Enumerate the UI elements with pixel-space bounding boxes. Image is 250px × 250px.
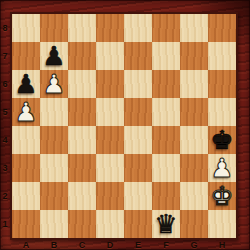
square-b1[interactable] bbox=[40, 210, 68, 238]
square-h1[interactable] bbox=[208, 210, 236, 238]
square-e6[interactable] bbox=[124, 70, 152, 98]
square-b4[interactable] bbox=[40, 126, 68, 154]
white-pawn[interactable]: ♟ bbox=[40, 70, 68, 98]
square-a8[interactable] bbox=[12, 14, 40, 42]
square-d1[interactable] bbox=[96, 210, 124, 238]
black-pawn[interactable]: ♟ bbox=[40, 42, 68, 70]
square-c2[interactable] bbox=[68, 182, 96, 210]
square-b5[interactable] bbox=[40, 98, 68, 126]
square-h8[interactable] bbox=[208, 14, 236, 42]
square-a5[interactable]: ♟ bbox=[12, 98, 40, 126]
square-f3[interactable] bbox=[152, 154, 180, 182]
white-pawn[interactable]: ♟ bbox=[12, 98, 40, 126]
square-h2[interactable]: ♚ bbox=[208, 182, 236, 210]
square-e8[interactable] bbox=[124, 14, 152, 42]
square-b6[interactable]: ♟ bbox=[40, 70, 68, 98]
square-b8[interactable] bbox=[40, 14, 68, 42]
file-label-f: F bbox=[152, 239, 180, 250]
square-a2[interactable] bbox=[12, 182, 40, 210]
square-g2[interactable] bbox=[180, 182, 208, 210]
square-f2[interactable] bbox=[152, 182, 180, 210]
square-g3[interactable] bbox=[180, 154, 208, 182]
file-label-d: D bbox=[96, 239, 124, 250]
square-f5[interactable] bbox=[152, 98, 180, 126]
square-e1[interactable] bbox=[124, 210, 152, 238]
black-king[interactable]: ♚ bbox=[208, 126, 236, 154]
square-c6[interactable] bbox=[68, 70, 96, 98]
square-f1[interactable]: ♛ bbox=[152, 210, 180, 238]
rank-label-2: 2 bbox=[0, 182, 10, 210]
rank-label-8: 8 bbox=[0, 14, 10, 42]
square-h6[interactable] bbox=[208, 70, 236, 98]
square-d3[interactable] bbox=[96, 154, 124, 182]
rank-label-4: 4 bbox=[0, 126, 10, 154]
square-e5[interactable] bbox=[124, 98, 152, 126]
white-pawn[interactable]: ♟ bbox=[208, 154, 236, 182]
square-f6[interactable] bbox=[152, 70, 180, 98]
rank-label-6: 6 bbox=[0, 70, 10, 98]
square-c4[interactable] bbox=[68, 126, 96, 154]
chess-board: ♟♟♟♟♚♟♚♛ bbox=[10, 12, 238, 240]
square-h3[interactable]: ♟ bbox=[208, 154, 236, 182]
black-queen[interactable]: ♛ bbox=[152, 210, 180, 238]
square-g1[interactable] bbox=[180, 210, 208, 238]
square-f8[interactable] bbox=[152, 14, 180, 42]
square-b2[interactable] bbox=[40, 182, 68, 210]
square-d4[interactable] bbox=[96, 126, 124, 154]
square-e7[interactable] bbox=[124, 42, 152, 70]
rank-label-1: 1 bbox=[0, 210, 10, 238]
file-label-a: A bbox=[12, 239, 40, 250]
square-e3[interactable] bbox=[124, 154, 152, 182]
square-a7[interactable] bbox=[12, 42, 40, 70]
square-e4[interactable] bbox=[124, 126, 152, 154]
square-a6[interactable]: ♟ bbox=[12, 70, 40, 98]
square-g4[interactable] bbox=[180, 126, 208, 154]
file-label-g: G bbox=[180, 239, 208, 250]
square-h4[interactable]: ♚ bbox=[208, 126, 236, 154]
square-c8[interactable] bbox=[68, 14, 96, 42]
square-d8[interactable] bbox=[96, 14, 124, 42]
square-c7[interactable] bbox=[68, 42, 96, 70]
square-b7[interactable]: ♟ bbox=[40, 42, 68, 70]
square-d2[interactable] bbox=[96, 182, 124, 210]
file-label-b: B bbox=[40, 239, 68, 250]
black-pawn[interactable]: ♟ bbox=[12, 70, 40, 98]
square-c1[interactable] bbox=[68, 210, 96, 238]
file-label-h: H bbox=[208, 239, 236, 250]
square-f4[interactable] bbox=[152, 126, 180, 154]
file-label-e: E bbox=[124, 239, 152, 250]
square-g6[interactable] bbox=[180, 70, 208, 98]
white-king[interactable]: ♚ bbox=[208, 182, 236, 210]
square-a3[interactable] bbox=[12, 154, 40, 182]
chess-board-frame: ♟♟♟♟♚♟♚♛ 8A7B6C5D4E3F2G1H bbox=[0, 0, 250, 250]
square-g8[interactable] bbox=[180, 14, 208, 42]
rank-label-7: 7 bbox=[0, 42, 10, 70]
rank-label-3: 3 bbox=[0, 154, 10, 182]
square-h7[interactable] bbox=[208, 42, 236, 70]
square-f7[interactable] bbox=[152, 42, 180, 70]
rank-label-5: 5 bbox=[0, 98, 10, 126]
square-d5[interactable] bbox=[96, 98, 124, 126]
square-c3[interactable] bbox=[68, 154, 96, 182]
square-a4[interactable] bbox=[12, 126, 40, 154]
file-label-c: C bbox=[68, 239, 96, 250]
square-g7[interactable] bbox=[180, 42, 208, 70]
square-c5[interactable] bbox=[68, 98, 96, 126]
square-d6[interactable] bbox=[96, 70, 124, 98]
square-h5[interactable] bbox=[208, 98, 236, 126]
square-a1[interactable] bbox=[12, 210, 40, 238]
square-g5[interactable] bbox=[180, 98, 208, 126]
square-d7[interactable] bbox=[96, 42, 124, 70]
square-e2[interactable] bbox=[124, 182, 152, 210]
square-b3[interactable] bbox=[40, 154, 68, 182]
